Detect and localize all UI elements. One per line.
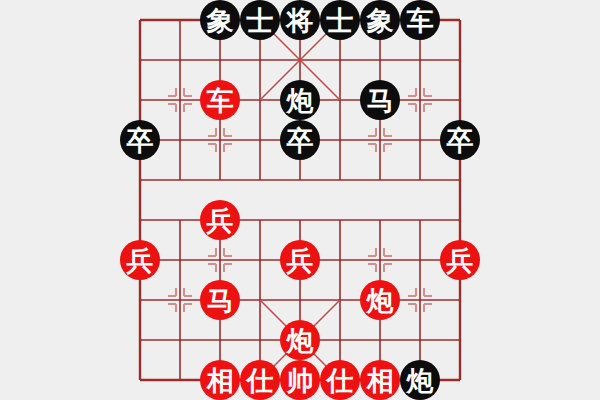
piece-red-advisor[interactable]: 仕: [320, 360, 360, 400]
piece-red-cannon[interactable]: 炮: [280, 320, 320, 360]
piece-red-elephant[interactable]: 相: [200, 360, 240, 400]
piece-black-soldier[interactable]: 卒: [120, 120, 160, 160]
piece-black-general[interactable]: 将: [280, 0, 320, 40]
piece-red-general[interactable]: 帅: [280, 360, 320, 400]
piece-red-chariot[interactable]: 车: [200, 80, 240, 120]
piece-red-elephant[interactable]: 相: [360, 360, 400, 400]
piece-black-cannon[interactable]: 炮: [280, 80, 320, 120]
piece-black-horse[interactable]: 马: [360, 80, 400, 120]
board: 象士将士象车车炮马卒卒卒兵兵兵兵马炮炮相仕帅仕相炮: [120, 0, 480, 400]
piece-black-soldier[interactable]: 卒: [280, 120, 320, 160]
piece-black-cannon[interactable]: 炮: [400, 360, 440, 400]
piece-black-advisor[interactable]: 士: [320, 0, 360, 40]
piece-red-cannon[interactable]: 炮: [360, 280, 400, 320]
piece-red-soldier[interactable]: 兵: [120, 240, 160, 280]
piece-black-soldier[interactable]: 卒: [440, 120, 480, 160]
piece-red-horse[interactable]: 马: [200, 280, 240, 320]
piece-red-soldier[interactable]: 兵: [440, 240, 480, 280]
piece-black-elephant[interactable]: 象: [200, 0, 240, 40]
piece-red-advisor[interactable]: 仕: [240, 360, 280, 400]
piece-black-advisor[interactable]: 士: [240, 0, 280, 40]
piece-red-soldier[interactable]: 兵: [280, 240, 320, 280]
piece-red-soldier[interactable]: 兵: [200, 200, 240, 240]
xiangqi-board-screenshot: 象士将士象车车炮马卒卒卒兵兵兵兵马炮炮相仕帅仕相炮: [0, 0, 600, 400]
piece-black-elephant[interactable]: 象: [360, 0, 400, 40]
piece-black-chariot[interactable]: 车: [400, 0, 440, 40]
